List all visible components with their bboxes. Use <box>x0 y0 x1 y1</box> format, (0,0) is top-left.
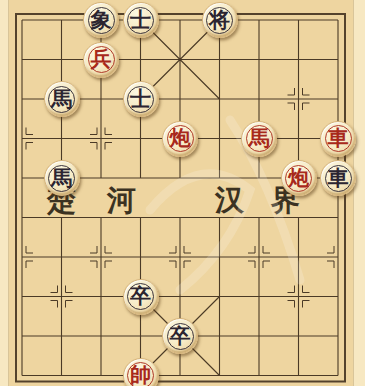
piece-black-elephant[interactable]: 象 <box>83 2 119 38</box>
piece-glyph: 馬 <box>51 88 72 109</box>
piece-red-cannon-1[interactable]: 炮 <box>162 121 198 157</box>
piece-glyph: 兵 <box>91 49 112 70</box>
piece-glyph: 馬 <box>51 167 72 188</box>
piece-black-advisor-1[interactable]: 士 <box>123 2 159 38</box>
piece-glyph: 士 <box>130 9 151 30</box>
piece-glyph: 士 <box>130 88 151 109</box>
piece-red-chariot[interactable]: 車 <box>320 121 356 157</box>
piece-glyph: 帥 <box>130 365 151 386</box>
piece-glyph: 卒 <box>130 286 151 307</box>
piece-glyph: 炮 <box>170 128 191 149</box>
piece-glyph: 馬 <box>249 128 270 149</box>
xiangqi-board: 楚河 汉界 象士将兵馬士炮馬車馬炮車卒卒帥 <box>0 0 365 386</box>
piece-glyph: 炮 <box>288 167 309 188</box>
piece-glyph: 車 <box>328 167 349 188</box>
piece-black-horse-2[interactable]: 馬 <box>44 160 80 196</box>
piece-black-general[interactable]: 将 <box>202 2 238 38</box>
piece-black-soldier-1[interactable]: 卒 <box>123 279 159 315</box>
piece-red-soldier[interactable]: 兵 <box>83 42 119 78</box>
piece-red-cannon-2[interactable]: 炮 <box>281 160 317 196</box>
piece-glyph: 象 <box>91 9 112 30</box>
piece-glyph: 車 <box>328 128 349 149</box>
piece-black-advisor-2[interactable]: 士 <box>123 81 159 117</box>
piece-black-horse-1[interactable]: 馬 <box>44 81 80 117</box>
piece-glyph: 将 <box>209 9 230 30</box>
piece-black-soldier-2[interactable]: 卒 <box>162 318 198 354</box>
pieces-layer: 象士将兵馬士炮馬車馬炮車卒卒帥 <box>2 0 358 386</box>
piece-red-horse[interactable]: 馬 <box>241 121 277 157</box>
piece-black-chariot[interactable]: 車 <box>320 160 356 196</box>
piece-glyph: 卒 <box>170 325 191 346</box>
piece-red-general[interactable]: 帥 <box>123 358 159 386</box>
